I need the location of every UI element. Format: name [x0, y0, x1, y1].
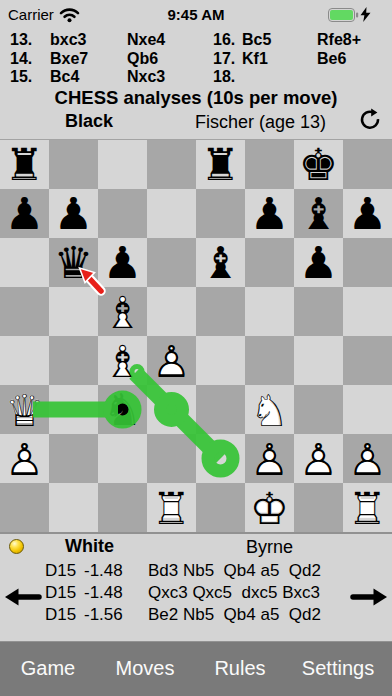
- move-row: 14. Bxe7 Qb6 17. Kf1 Be6: [0, 50, 392, 69]
- square-b3[interactable]: [49, 385, 98, 434]
- move-number: 17.: [213, 50, 235, 68]
- square-g6[interactable]: ♟︎: [294, 238, 343, 287]
- move-number: 16.: [213, 31, 235, 49]
- square-e6[interactable]: ♝︎: [196, 238, 245, 287]
- tab-bar: Game Moves Rules Settings: [0, 641, 392, 696]
- square-f3[interactable]: ♞︎♘︎: [245, 385, 294, 434]
- square-d4[interactable]: ♟︎♙︎: [147, 336, 196, 385]
- square-a1[interactable]: [0, 483, 49, 532]
- square-g1[interactable]: [294, 483, 343, 532]
- move-text[interactable]: Kf1: [242, 50, 268, 68]
- square-g8[interactable]: ♚︎: [294, 140, 343, 189]
- square-b8[interactable]: [49, 140, 98, 189]
- square-g2[interactable]: ♟︎♙︎: [294, 434, 343, 483]
- black-pawn: ♟︎: [0, 189, 49, 238]
- analysis-line[interactable]: D15 -1.48 Qxc3 Qxc5 dxc5 Bxc3: [0, 583, 392, 605]
- tab-settings[interactable]: Settings: [302, 657, 374, 680]
- square-c2[interactable]: [98, 434, 147, 483]
- move-number: 14.: [10, 50, 32, 68]
- square-f4[interactable]: [245, 336, 294, 385]
- player-color-bottom: White: [65, 536, 114, 557]
- square-f1[interactable]: ♚︎♔︎: [245, 483, 294, 532]
- tab-rules[interactable]: Rules: [214, 657, 265, 680]
- white-knight: ♞︎♘︎: [245, 385, 294, 434]
- square-g4[interactable]: [294, 336, 343, 385]
- square-b6[interactable]: ♛︎: [49, 238, 98, 287]
- square-d1[interactable]: ♜︎♖︎: [147, 483, 196, 532]
- square-a7[interactable]: ♟︎: [0, 189, 49, 238]
- player-name-bottom: Byrne: [246, 537, 293, 558]
- white-queen: ♛︎♕︎: [0, 385, 49, 434]
- move-list: 13. bxc3 Nxe4 16. Bc5 Rfe8+ 14. Bxe7 Qb6…: [0, 31, 392, 87]
- square-b5[interactable]: [49, 287, 98, 336]
- left-arrow-icon: [4, 585, 42, 609]
- square-f2[interactable]: ♟︎♙︎: [245, 434, 294, 483]
- square-c1[interactable]: [98, 483, 147, 532]
- depth-label: D15: [45, 605, 76, 625]
- move-number: 15.: [10, 68, 32, 86]
- move-number: 18.: [213, 68, 235, 86]
- square-c8[interactable]: [98, 140, 147, 189]
- square-h5[interactable]: [343, 287, 392, 336]
- move-row: 15. Bc4 Nxc3 18.: [0, 68, 392, 87]
- move-row: 13. bxc3 Nxe4 16. Bc5 Rfe8+: [0, 31, 392, 50]
- square-d5[interactable]: [147, 287, 196, 336]
- right-arrow-icon: [350, 585, 388, 609]
- eval-label: -1.48: [84, 583, 123, 603]
- square-e1[interactable]: [196, 483, 245, 532]
- black-rook: ♜︎: [0, 140, 49, 189]
- chess-board: ♜︎♜︎♚︎♟︎♟︎♟︎♝︎♟︎♛︎♟︎♝︎♟︎♝︎♗︎♝︎♗︎♟︎♙︎♛︎♕︎…: [0, 140, 392, 532]
- square-h7[interactable]: ♟︎: [343, 189, 392, 238]
- square-e8[interactable]: ♜︎: [196, 140, 245, 189]
- square-h6[interactable]: [343, 238, 392, 287]
- charging-bolt-icon: [360, 7, 371, 22]
- page-title: CHESS analyses (10s per move): [0, 87, 392, 109]
- eval-label: -1.48: [84, 561, 123, 581]
- square-h8[interactable]: [343, 140, 392, 189]
- tab-moves[interactable]: Moves: [116, 657, 175, 680]
- white-pawn: ♟︎♙︎: [343, 434, 392, 483]
- black-bishop: ♝︎: [294, 189, 343, 238]
- move-text[interactable]: Bc5: [242, 31, 271, 49]
- square-d6[interactable]: [147, 238, 196, 287]
- white-pawn: ♟︎♙︎: [147, 336, 196, 385]
- pv-label: Be2 Nb5 Qb4 a5 Qd2: [148, 605, 321, 625]
- black-queen: ♛︎: [49, 238, 98, 287]
- black-pawn: ♟︎: [245, 189, 294, 238]
- battery-icon: [328, 8, 359, 22]
- square-f7[interactable]: ♟︎: [245, 189, 294, 238]
- square-c4[interactable]: ♝︎♗︎: [98, 336, 147, 385]
- white-pawn: ♟︎♙︎: [245, 434, 294, 483]
- square-c3[interactable]: ♞︎: [98, 385, 147, 434]
- square-a4[interactable]: [0, 336, 49, 385]
- square-e4[interactable]: [196, 336, 245, 385]
- black-pawn: ♟︎: [49, 189, 98, 238]
- move-text[interactable]: Nxc3: [127, 68, 165, 86]
- square-b2[interactable]: [49, 434, 98, 483]
- analysis-line[interactable]: D15 -1.56 Be2 Nb5 Qb4 a5 Qd2: [0, 605, 392, 627]
- square-a3[interactable]: ♛︎♕︎: [0, 385, 49, 434]
- square-e5[interactable]: [196, 287, 245, 336]
- square-c6[interactable]: ♟︎: [98, 238, 147, 287]
- move-text[interactable]: Bc4: [50, 68, 79, 86]
- move-text[interactable]: Rfe8+: [317, 31, 361, 49]
- square-d8[interactable]: [147, 140, 196, 189]
- black-king: ♚︎: [294, 140, 343, 189]
- move-text[interactable]: Nxe4: [127, 31, 165, 49]
- square-h3[interactable]: [343, 385, 392, 434]
- square-f8[interactable]: [245, 140, 294, 189]
- player-name-top: Fischer (age 13): [195, 112, 326, 133]
- black-pawn: ♟︎: [294, 238, 343, 287]
- square-h2[interactable]: ♟︎♙︎: [343, 434, 392, 483]
- square-f5[interactable]: [245, 287, 294, 336]
- depth-label: D15: [45, 561, 76, 581]
- flip-board-icon: [358, 108, 382, 132]
- black-bishop: ♝︎: [196, 238, 245, 287]
- eval-label: -1.56: [84, 605, 123, 625]
- white-rook: ♜︎♖︎: [343, 483, 392, 532]
- square-b7[interactable]: ♟︎: [49, 189, 98, 238]
- move-text[interactable]: Qb6: [127, 50, 158, 68]
- white-rook: ♜︎♖︎: [147, 483, 196, 532]
- square-h1[interactable]: ♜︎♖︎: [343, 483, 392, 532]
- black-pawn: ♟︎: [98, 238, 147, 287]
- black-pawn: ♟︎: [343, 189, 392, 238]
- move-number: 13.: [10, 31, 32, 49]
- square-a6[interactable]: [0, 238, 49, 287]
- analysis-line[interactable]: D15 -1.48 Bd3 Nb5 Qb4 a5 Qd2: [0, 561, 392, 583]
- square-f6[interactable]: [245, 238, 294, 287]
- next-move-button[interactable]: [350, 585, 388, 609]
- analysis-panel: D15 -1.48 Bd3 Nb5 Qb4 a5 Qd2 D15 -1.48 Q…: [0, 561, 392, 627]
- square-g3[interactable]: [294, 385, 343, 434]
- square-g7[interactable]: ♝︎: [294, 189, 343, 238]
- player-color-top: Black: [65, 111, 113, 132]
- square-b4[interactable]: [49, 336, 98, 385]
- black-knight: ♞︎: [98, 385, 147, 434]
- square-a5[interactable]: [0, 287, 49, 336]
- square-a2[interactable]: ♟︎♙︎: [0, 434, 49, 483]
- black-rook: ♜︎: [196, 140, 245, 189]
- square-d2[interactable]: [147, 434, 196, 483]
- square-e2[interactable]: [196, 434, 245, 483]
- white-pawn: ♟︎♙︎: [0, 434, 49, 483]
- square-b1[interactable]: [49, 483, 98, 532]
- move-text[interactable]: Bxe7: [50, 50, 88, 68]
- white-bishop: ♝︎♗︎: [98, 336, 147, 385]
- square-e7[interactable]: [196, 189, 245, 238]
- white-bishop: ♝︎♗︎: [98, 287, 147, 336]
- square-h4[interactable]: [343, 336, 392, 385]
- engine-status-indicator: [9, 539, 24, 554]
- square-c5[interactable]: ♝︎♗︎: [98, 287, 147, 336]
- white-king: ♚︎♔︎: [245, 483, 294, 532]
- square-a8[interactable]: ♜︎: [0, 140, 49, 189]
- flip-board-button[interactable]: [357, 108, 383, 134]
- square-d7[interactable]: [147, 189, 196, 238]
- square-g5[interactable]: [294, 287, 343, 336]
- square-c7[interactable]: [98, 189, 147, 238]
- previous-move-button[interactable]: [4, 585, 42, 609]
- pv-label: Bd3 Nb5 Qb4 a5 Qd2: [148, 561, 321, 581]
- move-text[interactable]: Be6: [317, 50, 346, 68]
- move-text[interactable]: bxc3: [50, 31, 86, 49]
- tab-game[interactable]: Game: [21, 657, 75, 680]
- app-screen: Carrier 9:45 AM 13. bxc3 Nxe4 16. Bc5 Rf…: [0, 0, 392, 696]
- white-pawn: ♟︎♙︎: [294, 434, 343, 483]
- square-d3[interactable]: [147, 385, 196, 434]
- depth-label: D15: [45, 583, 76, 603]
- square-e3[interactable]: [196, 385, 245, 434]
- pv-label: Qxc3 Qxc5 dxc5 Bxc3: [148, 583, 320, 603]
